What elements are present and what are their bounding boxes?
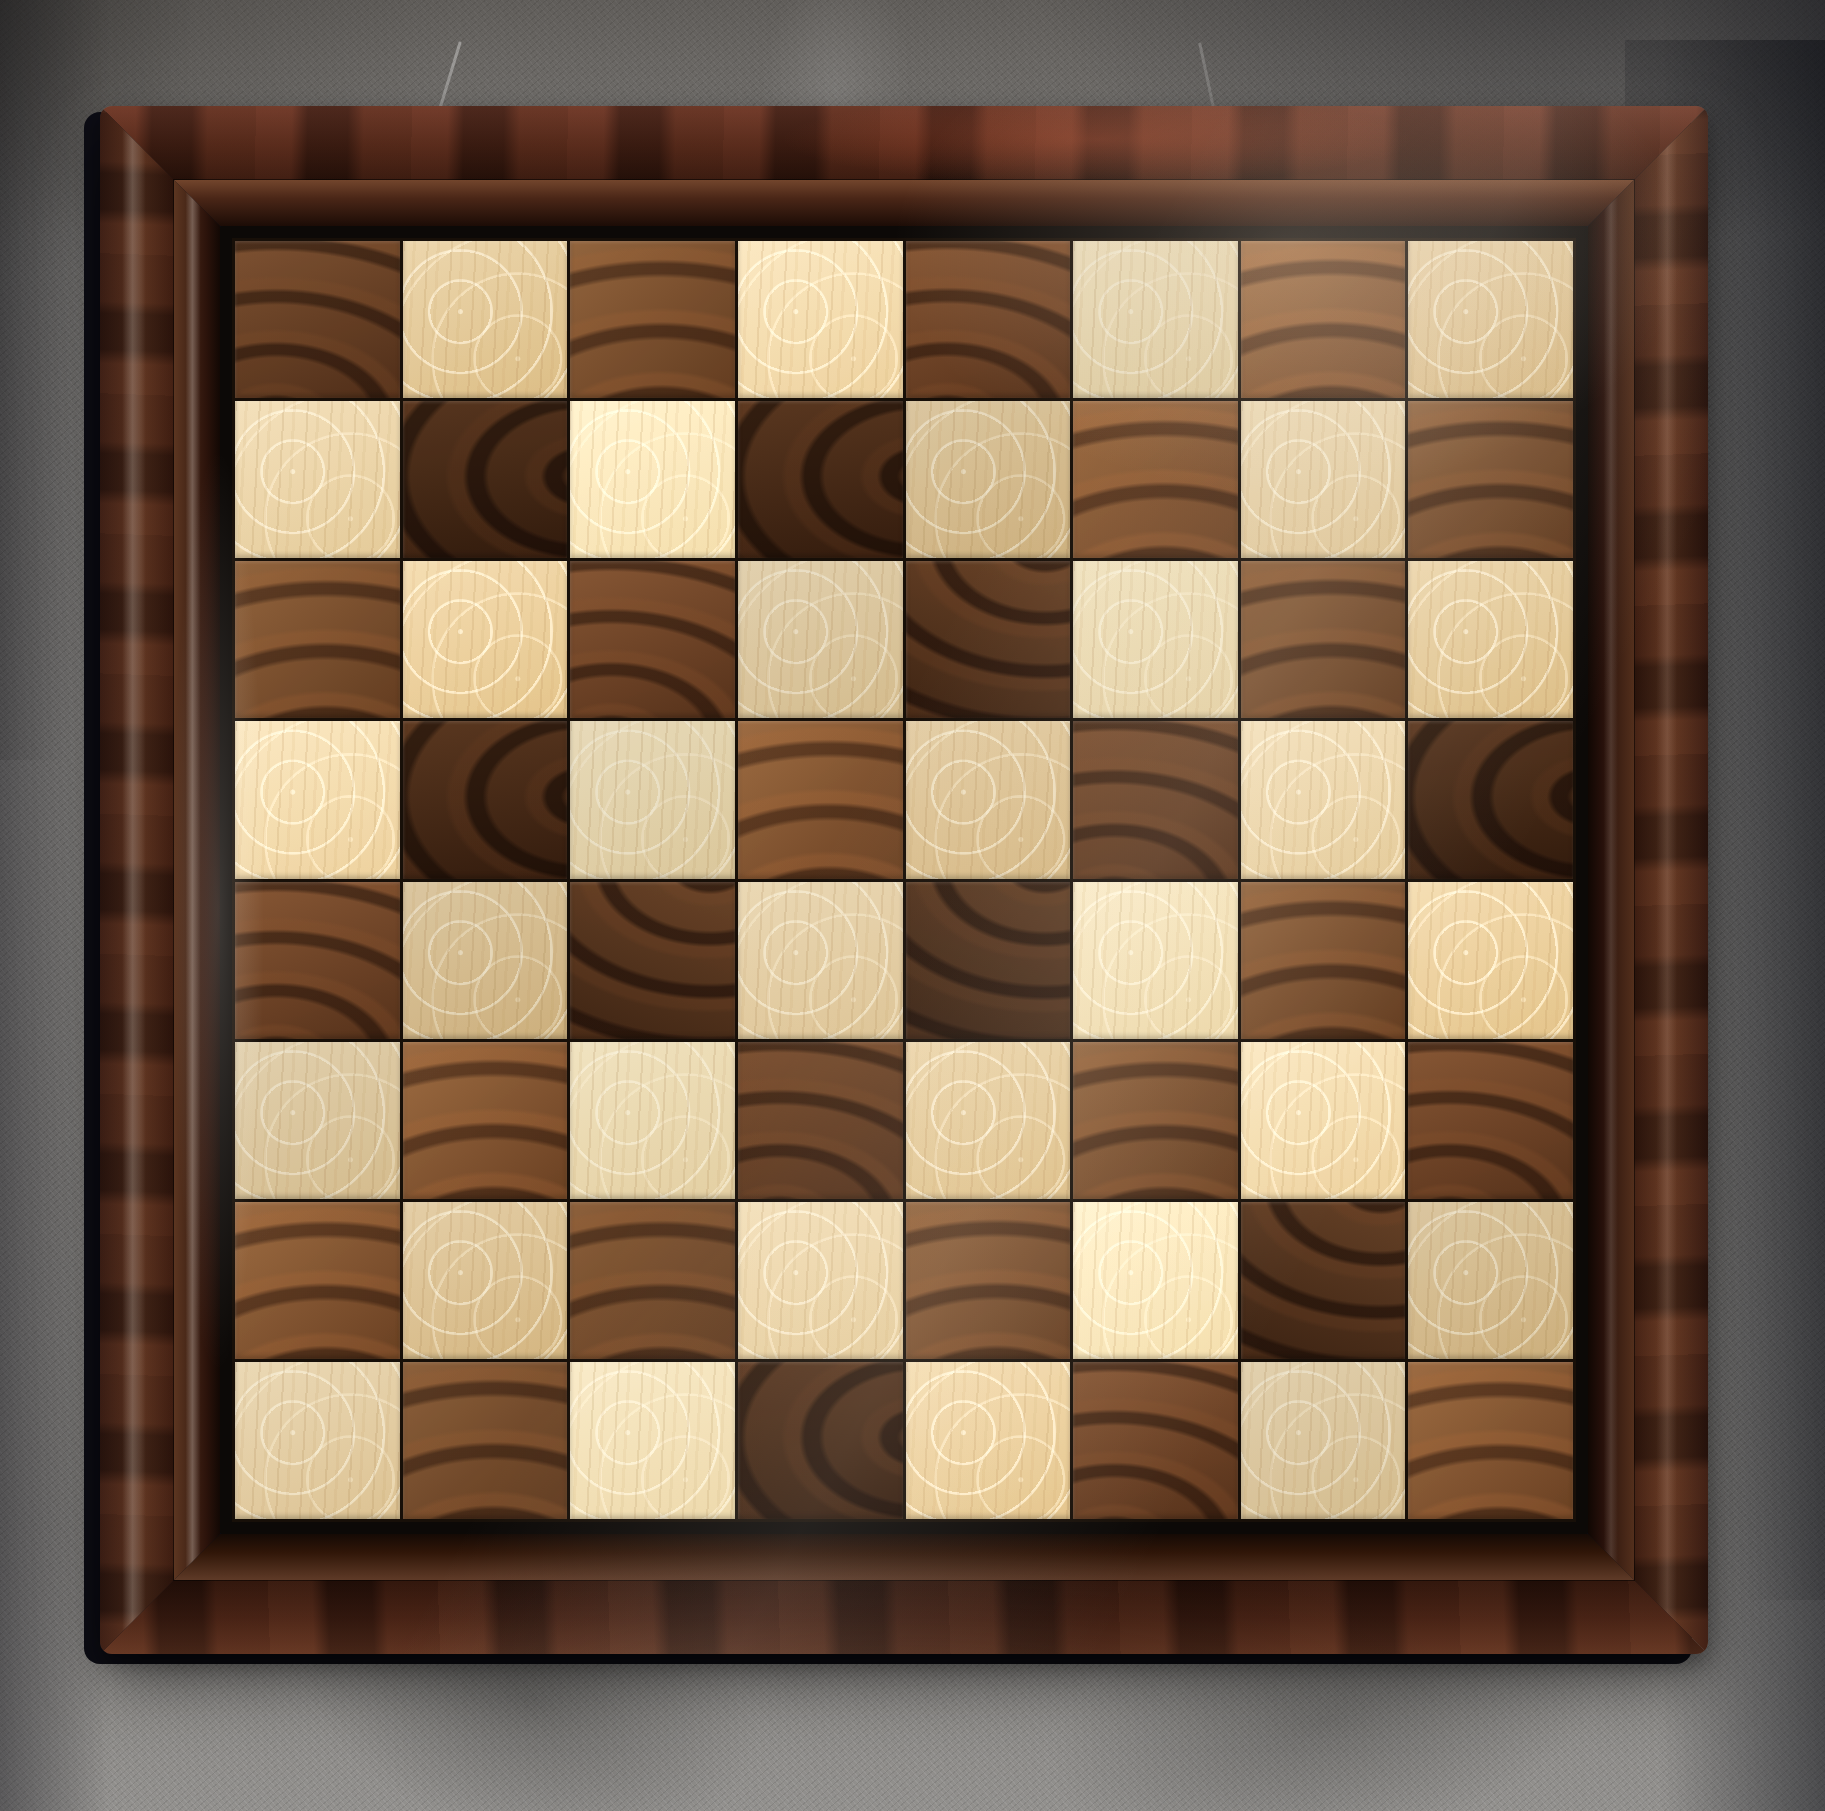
- square-a5: [235, 721, 400, 878]
- square-d2: [738, 1202, 903, 1359]
- square-g5: [1241, 721, 1406, 878]
- square-a2: [235, 1202, 400, 1359]
- square-f7: [1073, 401, 1238, 558]
- square-e7: [906, 401, 1071, 558]
- square-b2: [403, 1202, 568, 1359]
- square-d6: [738, 561, 903, 718]
- square-c6: [570, 561, 735, 718]
- square-c7: [570, 401, 735, 558]
- square-f6: [1073, 561, 1238, 718]
- square-c1: [570, 1362, 735, 1519]
- square-g6: [1241, 561, 1406, 718]
- frame-outer-bottom: [100, 1580, 1708, 1654]
- square-h6: [1408, 561, 1573, 718]
- square-d8: [738, 241, 903, 398]
- square-d3: [738, 1042, 903, 1199]
- square-e1: [906, 1362, 1071, 1519]
- square-f4: [1073, 882, 1238, 1039]
- square-h5: [1408, 721, 1573, 878]
- square-d1: [738, 1362, 903, 1519]
- square-d5: [738, 721, 903, 878]
- frame-molding-left: [174, 180, 220, 1580]
- frame-molding-bottom: [174, 1534, 1634, 1580]
- square-g8: [1241, 241, 1406, 398]
- square-c3: [570, 1042, 735, 1199]
- square-b5: [403, 721, 568, 878]
- square-g2: [1241, 1202, 1406, 1359]
- square-e3: [906, 1042, 1071, 1199]
- square-a7: [235, 401, 400, 558]
- square-e4: [906, 882, 1071, 1039]
- square-a6: [235, 561, 400, 718]
- frame-outer-left: [100, 106, 174, 1654]
- square-f2: [1073, 1202, 1238, 1359]
- square-a4: [235, 882, 400, 1039]
- square-f1: [1073, 1362, 1238, 1519]
- frame-outer-top: [100, 106, 1708, 180]
- square-h1: [1408, 1362, 1573, 1519]
- square-b7: [403, 401, 568, 558]
- square-c4: [570, 882, 735, 1039]
- chess-board: [100, 106, 1708, 1654]
- playing-area: [232, 238, 1576, 1522]
- square-d4: [738, 882, 903, 1039]
- square-g3: [1241, 1042, 1406, 1199]
- square-g4: [1241, 882, 1406, 1039]
- frame-molding-top: [174, 180, 1634, 226]
- frame-outer-right: [1634, 106, 1708, 1654]
- square-c2: [570, 1202, 735, 1359]
- square-b8: [403, 241, 568, 398]
- square-h3: [1408, 1042, 1573, 1199]
- square-g1: [1241, 1362, 1406, 1519]
- square-c8: [570, 241, 735, 398]
- square-c5: [570, 721, 735, 878]
- square-b6: [403, 561, 568, 718]
- square-a1: [235, 1362, 400, 1519]
- frame-molding-right: [1588, 180, 1634, 1580]
- square-h7: [1408, 401, 1573, 558]
- square-a8: [235, 241, 400, 398]
- square-b4: [403, 882, 568, 1039]
- square-e5: [906, 721, 1071, 878]
- square-d7: [738, 401, 903, 558]
- square-f3: [1073, 1042, 1238, 1199]
- square-f8: [1073, 241, 1238, 398]
- square-e6: [906, 561, 1071, 718]
- square-g7: [1241, 401, 1406, 558]
- square-e2: [906, 1202, 1071, 1359]
- square-h2: [1408, 1202, 1573, 1359]
- square-b1: [403, 1362, 568, 1519]
- square-h4: [1408, 882, 1573, 1039]
- square-b3: [403, 1042, 568, 1199]
- square-a3: [235, 1042, 400, 1199]
- square-f5: [1073, 721, 1238, 878]
- square-h8: [1408, 241, 1573, 398]
- square-e8: [906, 241, 1071, 398]
